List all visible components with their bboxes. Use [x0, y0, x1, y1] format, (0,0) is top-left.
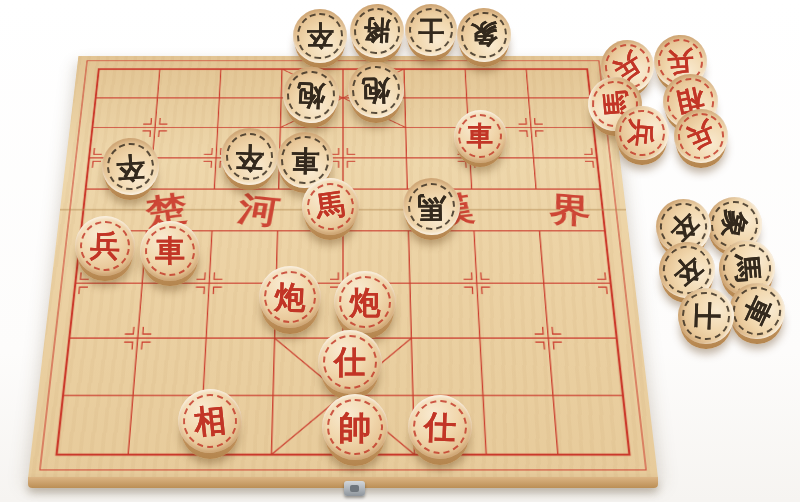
piece-ring [461, 12, 508, 59]
pieces-layer: 卒將士象炮炮車卒卒馬車馬兵車炮炮仕相帥仕兵兵馬相兵兵卒象卒馬士車 [0, 0, 800, 502]
piece-black-general[interactable]: 將 [350, 4, 404, 58]
piece-red-soldier-1[interactable]: 兵 [75, 216, 135, 276]
piece-ring [180, 391, 239, 450]
piece-black-soldier-1[interactable]: 卒 [293, 9, 347, 63]
piece-red-cannon-1[interactable]: 炮 [259, 266, 321, 328]
piece-ring [458, 114, 503, 159]
piece-ring [224, 131, 274, 181]
piece-red-advisor-1[interactable]: 仕 [318, 330, 382, 394]
piece-ring [303, 179, 357, 233]
piece-ring [353, 7, 401, 55]
piece-black-elephant-1[interactable]: 象 [457, 8, 511, 62]
piece-ring [145, 226, 195, 276]
piece-red-horse-1[interactable]: 馬 [302, 178, 359, 235]
product-photo-scene: 楚河漢界 卒將士象炮炮車卒卒馬車馬兵車炮炮仕相帥仕兵兵馬相兵兵卒象卒馬士車 [0, 0, 800, 502]
piece-ring [682, 292, 731, 341]
piece-ring [352, 66, 400, 114]
piece-ring [79, 220, 131, 272]
piece-black-soldier-2[interactable]: 卒 [102, 138, 159, 195]
piece-ring [409, 8, 453, 52]
piece-ring [297, 13, 342, 58]
piece-ring [726, 280, 789, 343]
piece-captured-black-advisor[interactable]: 士 [678, 288, 734, 344]
piece-red-elephant-1[interactable]: 相 [178, 389, 242, 453]
piece-black-soldier-3[interactable]: 卒 [221, 128, 278, 185]
piece-red-chariot-1[interactable]: 車 [454, 110, 507, 163]
piece-ring [286, 70, 335, 119]
piece-black-horse-1[interactable]: 馬 [403, 178, 460, 235]
piece-ring [263, 270, 317, 324]
piece-ring [407, 182, 456, 231]
piece-ring [323, 335, 377, 389]
piece-black-cannon-1[interactable]: 炮 [283, 67, 339, 123]
piece-red-advisor-2[interactable]: 仕 [408, 395, 472, 459]
piece-red-chariot-2[interactable]: 車 [140, 221, 200, 281]
piece-ring [104, 140, 155, 191]
piece-captured-red-soldier-3[interactable]: 兵 [615, 106, 669, 160]
piece-ring [339, 276, 391, 328]
piece-captured-red-soldier-4[interactable]: 兵 [674, 109, 728, 163]
piece-ring [671, 106, 730, 165]
piece-red-general[interactable]: 帥 [322, 394, 388, 460]
piece-captured-black-chariot[interactable]: 車 [729, 283, 785, 339]
piece-ring [617, 108, 666, 157]
piece-red-cannon-2[interactable]: 炮 [334, 271, 396, 333]
piece-black-cannon-2[interactable]: 炮 [348, 62, 404, 118]
piece-ring [327, 399, 382, 454]
piece-black-advisor-1[interactable]: 士 [405, 4, 457, 56]
piece-ring [412, 399, 468, 455]
